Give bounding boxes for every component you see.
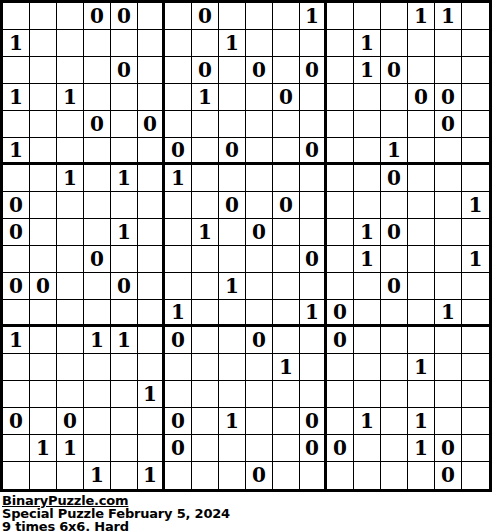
cell-r8c16-empty[interactable] (435, 219, 462, 246)
cell-r9c0-empty[interactable] (3, 246, 30, 273)
cell-r10c7-empty[interactable] (192, 273, 219, 300)
cell-r8c8-empty[interactable] (219, 219, 246, 246)
cell-r11c14-empty[interactable] (381, 300, 408, 327)
cell-r14c12-empty[interactable] (327, 381, 354, 408)
cell-r5c6-given-0: 0 (165, 138, 192, 165)
cell-r13c7-empty[interactable] (192, 354, 219, 381)
cell-r1c0-given-1: 1 (3, 30, 30, 57)
cell-r10c15-empty[interactable] (408, 273, 435, 300)
cell-r5c17-empty[interactable] (462, 138, 489, 165)
cell-r7c11-empty[interactable] (300, 192, 327, 219)
cell-r12c10-empty[interactable] (273, 327, 300, 354)
cell-r4c5-given-0: 0 (138, 111, 165, 138)
cell-r0c12-empty[interactable] (327, 3, 354, 30)
cell-r1c6-empty[interactable] (165, 30, 192, 57)
cell-r11c12-given-0: 0 (327, 300, 354, 327)
cell-r9c8-empty[interactable] (219, 246, 246, 273)
cell-r5c13-empty[interactable] (354, 138, 381, 165)
cell-r6c7-empty[interactable] (192, 165, 219, 192)
cell-r2c4-given-0: 0 (111, 57, 138, 84)
cell-r4c4-empty[interactable] (111, 111, 138, 138)
cell-r2c15-empty[interactable] (408, 57, 435, 84)
cell-r15c3-empty[interactable] (84, 408, 111, 435)
cell-r11c7-empty[interactable] (192, 300, 219, 327)
cell-r16c1-given-1: 1 (30, 435, 57, 462)
cell-r2c14-given-0: 0 (381, 57, 408, 84)
cell-r11c13-empty[interactable] (354, 300, 381, 327)
cell-r17c4-empty[interactable] (111, 462, 138, 489)
footer: BinaryPuzzle.com Special Puzzle February… (2, 494, 493, 531)
cell-r3c6-empty[interactable] (165, 84, 192, 111)
cell-r3c10-given-0: 0 (273, 84, 300, 111)
cell-r10c1-given-0: 0 (30, 273, 57, 300)
cell-r4c9-empty[interactable] (246, 111, 273, 138)
cell-r11c3-empty[interactable] (84, 300, 111, 327)
cell-r16c8-empty[interactable] (219, 435, 246, 462)
cell-r13c1-empty[interactable] (30, 354, 57, 381)
cell-r13c14-empty[interactable] (381, 354, 408, 381)
cell-r11c4-empty[interactable] (111, 300, 138, 327)
cell-r13c0-empty[interactable] (3, 354, 30, 381)
cell-r17c1-empty[interactable] (30, 462, 57, 489)
cell-r6c10-empty[interactable] (273, 165, 300, 192)
cell-r2c16-empty[interactable] (435, 57, 462, 84)
cell-r16c13-empty[interactable] (354, 435, 381, 462)
cell-r15c17-empty[interactable] (462, 408, 489, 435)
cell-r8c2-empty[interactable] (57, 219, 84, 246)
cell-r4c0-empty[interactable] (3, 111, 30, 138)
cell-r17c10-empty[interactable] (273, 462, 300, 489)
cell-r17c3-given-1: 1 (84, 462, 111, 489)
cell-r14c10-empty[interactable] (273, 381, 300, 408)
cell-r7c8-given-0: 0 (219, 192, 246, 219)
cell-r16c12-given-0: 0 (327, 435, 354, 462)
cell-r3c11-empty[interactable] (300, 84, 327, 111)
cell-r13c16-empty[interactable] (435, 354, 462, 381)
cell-r5c4-empty[interactable] (111, 138, 138, 165)
cell-r14c6-empty[interactable] (165, 381, 192, 408)
cell-r4c17-empty[interactable] (462, 111, 489, 138)
cell-r11c16-given-1: 1 (435, 300, 462, 327)
cell-r1c1-empty[interactable] (30, 30, 57, 57)
cell-r9c1-empty[interactable] (30, 246, 57, 273)
cell-r15c12-empty[interactable] (327, 408, 354, 435)
cell-r6c6-given-1: 1 (165, 165, 192, 192)
cell-r14c3-empty[interactable] (84, 381, 111, 408)
cell-r15c0-given-0: 0 (3, 408, 30, 435)
cell-r8c12-empty[interactable] (327, 219, 354, 246)
cell-r9c15-empty[interactable] (408, 246, 435, 273)
cell-r17c6-empty[interactable] (165, 462, 192, 489)
cell-r15c9-empty[interactable] (246, 408, 273, 435)
cell-r9c12-empty[interactable] (327, 246, 354, 273)
cell-r9c3-given-0: 0 (84, 246, 111, 273)
cell-r6c5-empty[interactable] (138, 165, 165, 192)
cell-r1c16-empty[interactable] (435, 30, 462, 57)
cell-r12c14-empty[interactable] (381, 327, 408, 354)
cell-r6c17-empty[interactable] (462, 165, 489, 192)
cell-r9c6-empty[interactable] (165, 246, 192, 273)
cell-r12c9-given-0: 0 (246, 327, 273, 354)
cell-r14c15-empty[interactable] (408, 381, 435, 408)
cell-r12c17-empty[interactable] (462, 327, 489, 354)
cell-r3c3-empty[interactable] (84, 84, 111, 111)
cell-r6c0-empty[interactable] (3, 165, 30, 192)
cell-r2c13-given-1: 1 (354, 57, 381, 84)
cell-r13c9-empty[interactable] (246, 354, 273, 381)
cell-r8c1-empty[interactable] (30, 219, 57, 246)
cell-r9c10-empty[interactable] (273, 246, 300, 273)
cell-r17c8-empty[interactable] (219, 462, 246, 489)
cell-r14c16-empty[interactable] (435, 381, 462, 408)
cell-r17c9-given-0: 0 (246, 462, 273, 489)
cell-r4c2-empty[interactable] (57, 111, 84, 138)
cell-r15c4-empty[interactable] (111, 408, 138, 435)
cell-r10c10-empty[interactable] (273, 273, 300, 300)
cell-r7c7-empty[interactable] (192, 192, 219, 219)
cell-r9c14-empty[interactable] (381, 246, 408, 273)
cell-r13c12-empty[interactable] (327, 354, 354, 381)
cell-r11c17-empty[interactable] (462, 300, 489, 327)
cell-r7c13-empty[interactable] (354, 192, 381, 219)
cell-r1c5-empty[interactable] (138, 30, 165, 57)
cell-r17c5-given-1: 1 (138, 462, 165, 489)
cell-r16c0-empty[interactable] (3, 435, 30, 462)
cell-r17c0-empty[interactable] (3, 462, 30, 489)
cell-r10c11-empty[interactable] (300, 273, 327, 300)
cell-r12c4-given-1: 1 (111, 327, 138, 354)
cell-r6c1-empty[interactable] (30, 165, 57, 192)
cell-r11c0-empty[interactable] (3, 300, 30, 327)
cell-r8c15-empty[interactable] (408, 219, 435, 246)
cell-r13c11-empty[interactable] (300, 354, 327, 381)
cell-r5c9-empty[interactable] (246, 138, 273, 165)
cell-r7c6-empty[interactable] (165, 192, 192, 219)
cell-r16c5-empty[interactable] (138, 435, 165, 462)
cell-r1c15-empty[interactable] (408, 30, 435, 57)
cell-r1c9-empty[interactable] (246, 30, 273, 57)
cell-r5c2-empty[interactable] (57, 138, 84, 165)
cell-r1c12-empty[interactable] (327, 30, 354, 57)
cell-r7c2-empty[interactable] (57, 192, 84, 219)
cell-r4c16-given-0: 0 (435, 111, 462, 138)
cell-r14c13-empty[interactable] (354, 381, 381, 408)
cell-r4c8-empty[interactable] (219, 111, 246, 138)
cell-r11c15-empty[interactable] (408, 300, 435, 327)
cell-r9c2-empty[interactable] (57, 246, 84, 273)
cell-r3c7-given-1: 1 (192, 84, 219, 111)
cell-r5c1-empty[interactable] (30, 138, 57, 165)
cell-r4c15-empty[interactable] (408, 111, 435, 138)
cell-r2c17-empty[interactable] (462, 57, 489, 84)
cell-r10c3-empty[interactable] (84, 273, 111, 300)
cell-r14c7-empty[interactable] (192, 381, 219, 408)
cell-r14c11-empty[interactable] (300, 381, 327, 408)
cell-r9c11-given-0: 0 (300, 246, 327, 273)
cell-r7c17-given-1: 1 (462, 192, 489, 219)
cell-r13c5-empty[interactable] (138, 354, 165, 381)
cell-r14c4-empty[interactable] (111, 381, 138, 408)
cell-r2c3-empty[interactable] (84, 57, 111, 84)
cell-r14c0-empty[interactable] (3, 381, 30, 408)
cell-r0c10-empty[interactable] (273, 3, 300, 30)
cell-r0c17-empty[interactable] (462, 3, 489, 30)
cell-r3c2-given-1: 1 (57, 84, 84, 111)
cell-r14c8-empty[interactable] (219, 381, 246, 408)
cell-r0c1-empty[interactable] (30, 3, 57, 30)
cell-r11c10-empty[interactable] (273, 300, 300, 327)
cell-r6c4-given-1: 1 (111, 165, 138, 192)
cell-r11c6-given-1: 1 (165, 300, 192, 327)
cell-r13c8-empty[interactable] (219, 354, 246, 381)
cell-r2c0-empty[interactable] (3, 57, 30, 84)
cell-r2c2-empty[interactable] (57, 57, 84, 84)
cell-r7c5-empty[interactable] (138, 192, 165, 219)
cell-r16c6-given-0: 0 (165, 435, 192, 462)
cell-r15c5-empty[interactable] (138, 408, 165, 435)
cell-r13c15-given-1: 1 (408, 354, 435, 381)
cell-r2c6-empty[interactable] (165, 57, 192, 84)
cell-r12c16-empty[interactable] (435, 327, 462, 354)
cell-r16c4-empty[interactable] (111, 435, 138, 462)
cell-r16c2-given-1: 1 (57, 435, 84, 462)
cell-r9c5-empty[interactable] (138, 246, 165, 273)
cell-r8c5-empty[interactable] (138, 219, 165, 246)
cell-r2c5-empty[interactable] (138, 57, 165, 84)
cell-r4c7-empty[interactable] (192, 111, 219, 138)
cell-r0c5-empty[interactable] (138, 3, 165, 30)
cell-r12c0-given-1: 1 (3, 327, 30, 354)
cell-r1c2-empty[interactable] (57, 30, 84, 57)
cell-r7c15-empty[interactable] (408, 192, 435, 219)
cell-r14c2-empty[interactable] (57, 381, 84, 408)
cell-r11c5-empty[interactable] (138, 300, 165, 327)
cell-r10c17-empty[interactable] (462, 273, 489, 300)
cell-r5c7-empty[interactable] (192, 138, 219, 165)
cell-r13c2-empty[interactable] (57, 354, 84, 381)
cell-r0c6-empty[interactable] (165, 3, 192, 30)
cell-r14c9-empty[interactable] (246, 381, 273, 408)
cell-r9c9-empty[interactable] (246, 246, 273, 273)
cell-r9c4-empty[interactable] (111, 246, 138, 273)
cell-r0c9-empty[interactable] (246, 3, 273, 30)
cell-r14c17-empty[interactable] (462, 381, 489, 408)
cell-r4c11-empty[interactable] (300, 111, 327, 138)
cell-r17c11-empty[interactable] (300, 462, 327, 489)
cell-r16c17-empty[interactable] (462, 435, 489, 462)
cell-r13c4-empty[interactable] (111, 354, 138, 381)
cell-r6c3-empty[interactable] (84, 165, 111, 192)
cell-r11c8-empty[interactable] (219, 300, 246, 327)
cell-r6c11-empty[interactable] (300, 165, 327, 192)
puzzle-subtitle: 9 times 6x6, Hard (2, 520, 493, 531)
cell-r7c10-given-0: 0 (273, 192, 300, 219)
cell-r8c3-empty[interactable] (84, 219, 111, 246)
cell-r2c12-empty[interactable] (327, 57, 354, 84)
cell-r4c1-empty[interactable] (30, 111, 57, 138)
cell-r10c2-empty[interactable] (57, 273, 84, 300)
cell-r7c12-empty[interactable] (327, 192, 354, 219)
puzzle-grid: 0001111110000101110000001000111100001011… (0, 0, 492, 492)
cell-r3c4-empty[interactable] (111, 84, 138, 111)
cell-r3c0-given-1: 1 (3, 84, 30, 111)
cell-r0c16-given-1: 1 (435, 3, 462, 30)
cell-r13c17-empty[interactable] (462, 354, 489, 381)
cell-r15c2-given-0: 0 (57, 408, 84, 435)
cell-r3c9-empty[interactable] (246, 84, 273, 111)
cell-r1c8-given-1: 1 (219, 30, 246, 57)
cell-r1c3-empty[interactable] (84, 30, 111, 57)
cell-r0c2-empty[interactable] (57, 3, 84, 30)
cell-r0c13-empty[interactable] (354, 3, 381, 30)
cell-r16c10-empty[interactable] (273, 435, 300, 462)
cell-r13c6-empty[interactable] (165, 354, 192, 381)
cell-r17c12-empty[interactable] (327, 462, 354, 489)
cell-r5c3-empty[interactable] (84, 138, 111, 165)
cell-r8c0-given-0: 0 (3, 219, 30, 246)
cell-r1c11-empty[interactable] (300, 30, 327, 57)
cell-r6c13-empty[interactable] (354, 165, 381, 192)
cell-r7c1-empty[interactable] (30, 192, 57, 219)
cell-r16c14-empty[interactable] (381, 435, 408, 462)
cell-r5c16-empty[interactable] (435, 138, 462, 165)
cell-r3c13-empty[interactable] (354, 84, 381, 111)
cell-r6c15-empty[interactable] (408, 165, 435, 192)
cell-r11c1-empty[interactable] (30, 300, 57, 327)
cell-r7c4-empty[interactable] (111, 192, 138, 219)
cell-r1c14-empty[interactable] (381, 30, 408, 57)
cell-r8c13-given-1: 1 (354, 219, 381, 246)
cell-r5c11-given-0: 0 (300, 138, 327, 165)
cell-r16c16-given-0: 0 (435, 435, 462, 462)
cell-r3c8-empty[interactable] (219, 84, 246, 111)
cell-r15c7-empty[interactable] (192, 408, 219, 435)
cell-r3c17-empty[interactable] (462, 84, 489, 111)
cell-r16c7-empty[interactable] (192, 435, 219, 462)
cell-r0c8-empty[interactable] (219, 3, 246, 30)
cell-r17c14-empty[interactable] (381, 462, 408, 489)
cell-r10c14-given-0: 0 (381, 273, 408, 300)
cell-r3c14-empty[interactable] (381, 84, 408, 111)
cell-r4c12-empty[interactable] (327, 111, 354, 138)
cell-r8c4-given-1: 1 (111, 219, 138, 246)
cell-r13c10-given-1: 1 (273, 354, 300, 381)
cell-r13c3-empty[interactable] (84, 354, 111, 381)
cell-r14c14-empty[interactable] (381, 381, 408, 408)
cell-r9c7-empty[interactable] (192, 246, 219, 273)
puzzle-page: 0001111110000101110000001000111100001011… (0, 0, 493, 531)
cell-r13c13-empty[interactable] (354, 354, 381, 381)
cell-r4c13-empty[interactable] (354, 111, 381, 138)
cell-r2c10-empty[interactable] (273, 57, 300, 84)
cell-r17c2-empty[interactable] (57, 462, 84, 489)
cell-r16c3-empty[interactable] (84, 435, 111, 462)
cell-r12c5-empty[interactable] (138, 327, 165, 354)
cell-r7c9-empty[interactable] (246, 192, 273, 219)
cell-r12c6-given-0: 0 (165, 327, 192, 354)
cell-r5c15-empty[interactable] (408, 138, 435, 165)
cell-r7c16-empty[interactable] (435, 192, 462, 219)
cell-r9c16-empty[interactable] (435, 246, 462, 273)
cell-r7c14-empty[interactable] (381, 192, 408, 219)
cell-r6c12-empty[interactable] (327, 165, 354, 192)
cell-r17c17-empty[interactable] (462, 462, 489, 489)
cell-r5c12-empty[interactable] (327, 138, 354, 165)
cell-r1c4-empty[interactable] (111, 30, 138, 57)
cell-r17c7-empty[interactable] (192, 462, 219, 489)
cell-r17c13-empty[interactable] (354, 462, 381, 489)
cell-r3c1-empty[interactable] (30, 84, 57, 111)
cell-r7c3-empty[interactable] (84, 192, 111, 219)
cell-r11c9-empty[interactable] (246, 300, 273, 327)
cell-r1c10-empty[interactable] (273, 30, 300, 57)
cell-r6c16-empty[interactable] (435, 165, 462, 192)
cell-r10c0-given-0: 0 (3, 273, 30, 300)
cell-r3c15-given-0: 0 (408, 84, 435, 111)
cell-r1c7-empty[interactable] (192, 30, 219, 57)
cell-r15c15-given-1: 1 (408, 408, 435, 435)
cell-r10c5-empty[interactable] (138, 273, 165, 300)
cell-r16c11-given-0: 0 (300, 435, 327, 462)
cell-r3c5-empty[interactable] (138, 84, 165, 111)
cell-r12c1-empty[interactable] (30, 327, 57, 354)
cell-r0c11-given-1: 1 (300, 3, 327, 30)
cell-r10c16-empty[interactable] (435, 273, 462, 300)
cell-r17c15-empty[interactable] (408, 462, 435, 489)
cell-r10c12-empty[interactable] (327, 273, 354, 300)
cell-r4c3-given-0: 0 (84, 111, 111, 138)
cell-r15c1-empty[interactable] (30, 408, 57, 435)
cell-r12c8-empty[interactable] (219, 327, 246, 354)
cell-r5c5-empty[interactable] (138, 138, 165, 165)
cell-r0c0-empty[interactable] (3, 3, 30, 30)
cell-r12c2-empty[interactable] (57, 327, 84, 354)
cell-r8c14-given-0: 0 (381, 219, 408, 246)
cell-r0c3-given-0: 0 (84, 3, 111, 30)
cell-r8c17-empty[interactable] (462, 219, 489, 246)
cell-r15c14-empty[interactable] (381, 408, 408, 435)
cell-r4c6-empty[interactable] (165, 111, 192, 138)
cell-r1c17-empty[interactable] (462, 30, 489, 57)
cell-r14c1-empty[interactable] (30, 381, 57, 408)
cell-r17c16-given-0: 0 (435, 462, 462, 489)
cell-r10c6-empty[interactable] (165, 273, 192, 300)
cell-r4c14-empty[interactable] (381, 111, 408, 138)
cell-r2c8-empty[interactable] (219, 57, 246, 84)
cell-r4c10-empty[interactable] (273, 111, 300, 138)
cell-r6c9-empty[interactable] (246, 165, 273, 192)
cell-r8c10-empty[interactable] (273, 219, 300, 246)
cell-r12c13-empty[interactable] (354, 327, 381, 354)
cell-r12c7-empty[interactable] (192, 327, 219, 354)
cell-r15c10-empty[interactable] (273, 408, 300, 435)
cell-r15c16-empty[interactable] (435, 408, 462, 435)
cell-r12c15-empty[interactable] (408, 327, 435, 354)
cell-r11c2-empty[interactable] (57, 300, 84, 327)
cell-r5c10-empty[interactable] (273, 138, 300, 165)
cell-r6c8-empty[interactable] (219, 165, 246, 192)
cell-r0c14-empty[interactable] (381, 3, 408, 30)
cell-r8c11-empty[interactable] (300, 219, 327, 246)
cell-r10c13-empty[interactable] (354, 273, 381, 300)
cell-r10c9-empty[interactable] (246, 273, 273, 300)
cell-r10c8-given-1: 1 (219, 273, 246, 300)
cell-r8c6-empty[interactable] (165, 219, 192, 246)
cell-r2c1-empty[interactable] (30, 57, 57, 84)
cell-r16c9-empty[interactable] (246, 435, 273, 462)
cell-r3c12-empty[interactable] (327, 84, 354, 111)
cell-r12c11-empty[interactable] (300, 327, 327, 354)
